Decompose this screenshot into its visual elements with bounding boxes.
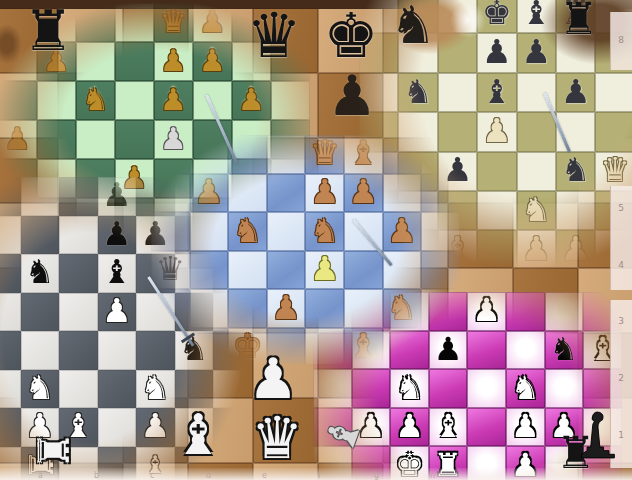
green-board-piece-gold-pawn[interactable]: ♟ xyxy=(4,123,31,153)
pink-board-piece-white-pawn[interactable]: ♟ xyxy=(357,410,386,442)
pink-board-piece-white-knight[interactable]: ♞ xyxy=(511,371,540,403)
pink-board-square[interactable] xyxy=(467,331,506,370)
olive-board-piece-black-bishop[interactable]: ♝ xyxy=(482,75,512,108)
green-board-square[interactable] xyxy=(115,3,154,42)
gray-board-square[interactable] xyxy=(0,216,21,255)
olive-board-square[interactable] xyxy=(438,73,477,112)
olive-board-piece-black-knight[interactable]: ♞ xyxy=(403,75,433,108)
file-label-g: g xyxy=(374,471,379,480)
olive-board-piece-white-pawn[interactable]: ♟ xyxy=(482,114,512,147)
blue-board-square[interactable] xyxy=(305,289,344,328)
pink-board-square[interactable] xyxy=(429,369,468,408)
green-board-square[interactable] xyxy=(76,42,115,81)
pink-board-square[interactable] xyxy=(506,331,545,370)
overlay-blue-board: ♛♝♟♟♟♞♞♟♛♟♟♞♚♝ xyxy=(146,126,464,364)
green-board-piece-gold-pawn[interactable]: ♟ xyxy=(160,84,187,114)
green-board-piece-gold-pawn[interactable]: ♟ xyxy=(199,6,226,36)
blue-board-piece-tan-pawn[interactable]: ♟ xyxy=(271,291,301,324)
pink-board-piece-white-knight[interactable]: ♞ xyxy=(395,371,424,403)
olive-board-piece-white-pawn[interactable]: ♟ xyxy=(522,232,552,265)
green-board-square[interactable] xyxy=(37,3,76,42)
rank-label-3: 3 xyxy=(610,316,632,326)
green-board-piece-gold-pawn[interactable]: ♟ xyxy=(199,45,226,75)
blue-board-square[interactable] xyxy=(421,251,460,290)
green-board-square[interactable] xyxy=(271,42,310,81)
olive-board-square[interactable] xyxy=(359,73,398,112)
pink-board-square[interactable] xyxy=(506,292,545,331)
blue-board-square[interactable] xyxy=(190,328,229,367)
gray-board-piece-black-bishop[interactable]: ♝ xyxy=(102,255,132,288)
pink-board-square[interactable] xyxy=(313,408,352,447)
blue-board-square[interactable] xyxy=(267,174,306,213)
gray-board-piece-white-pawn[interactable]: ♟ xyxy=(25,409,55,442)
olive-board-square[interactable] xyxy=(438,33,477,72)
blue-board-piece-tan-bishop[interactable]: ♝ xyxy=(349,136,379,169)
green-board-square[interactable] xyxy=(271,3,310,42)
gray-board-piece-white-pawn[interactable]: ♟ xyxy=(140,409,170,442)
green-board-square[interactable] xyxy=(271,81,310,120)
blue-board-square[interactable] xyxy=(151,174,190,213)
file-label-d: d xyxy=(206,471,211,480)
olive-board-piece-black-pawn[interactable]: ♟ xyxy=(482,35,512,68)
rank-strip xyxy=(610,186,632,290)
file-label-b: b xyxy=(94,471,99,480)
pink-board-square[interactable] xyxy=(545,369,584,408)
olive-board-piece-black-rook[interactable]: ♜ xyxy=(561,0,591,29)
gray-board-square[interactable] xyxy=(213,408,252,447)
gray-board-square[interactable] xyxy=(21,177,60,216)
olive-board-piece-black-bishop[interactable]: ♝ xyxy=(522,0,552,29)
blue-board-piece-tan-king[interactable]: ♚ xyxy=(233,329,263,362)
olive-board-square[interactable] xyxy=(477,230,516,269)
chess-theme-montage: ♛♟♟♟♟♞♟♟♟♟♟♚♝♜♟♟♞♝♟♟♟♞♛♞♝♟♟♜♟♟♟♟♞♝♟♞♞♞♟♝… xyxy=(0,0,632,480)
gray-board-piece-white-knight[interactable]: ♞ xyxy=(25,371,55,404)
gray-board-square[interactable] xyxy=(21,331,60,370)
blue-board-piece-tan-pawn[interactable]: ♟ xyxy=(349,175,379,208)
blue-board-square[interactable] xyxy=(421,174,460,213)
gray-board-piece-black-knight[interactable]: ♞ xyxy=(25,255,55,288)
gray-board-square[interactable] xyxy=(0,293,21,332)
olive-board-piece-white-pawn[interactable]: ♟ xyxy=(561,232,591,265)
blue-board-square[interactable] xyxy=(267,135,306,174)
green-board-piece-gold-queen[interactable]: ♛ xyxy=(160,6,187,36)
blue-board-square[interactable] xyxy=(344,251,383,290)
gray-board-square[interactable] xyxy=(0,370,21,409)
file-label-c: c xyxy=(150,471,154,480)
gray-board-square[interactable] xyxy=(98,370,137,409)
blue-board-square[interactable] xyxy=(151,135,190,174)
blue-board-square[interactable] xyxy=(421,212,460,251)
olive-board-piece-black-pawn[interactable]: ♟ xyxy=(522,35,552,68)
rank-label-1: 1 xyxy=(610,430,632,440)
file-label-e: e xyxy=(262,471,267,480)
blue-board-square[interactable] xyxy=(190,251,229,290)
file-label-h: h xyxy=(430,471,435,480)
green-board-square[interactable] xyxy=(232,42,271,81)
blue-board-square[interactable] xyxy=(267,251,306,290)
blue-board-square[interactable] xyxy=(190,289,229,328)
gray-board-square[interactable] xyxy=(59,216,98,255)
blue-board-piece-tan-bishop[interactable]: ♝ xyxy=(349,329,379,362)
gray-board-square[interactable] xyxy=(59,177,98,216)
green-board-square[interactable] xyxy=(37,81,76,120)
gray-board-piece-white-pawn[interactable]: ♟ xyxy=(102,294,132,327)
green-board-piece-gold-pawn[interactable]: ♟ xyxy=(43,45,70,75)
olive-board-square[interactable] xyxy=(477,152,516,191)
blue-board-square[interactable] xyxy=(190,135,229,174)
blue-board-square[interactable] xyxy=(305,328,344,367)
blue-board-square[interactable] xyxy=(267,328,306,367)
pink-board-square[interactable] xyxy=(545,292,584,331)
pink-board-square[interactable] xyxy=(467,369,506,408)
blue-board-piece-tan-knight[interactable]: ♞ xyxy=(310,214,340,247)
blue-board-piece-tan-pawn[interactable]: ♟ xyxy=(310,175,340,208)
gray-board-square[interactable] xyxy=(59,293,98,332)
blue-board-square[interactable] xyxy=(228,174,267,213)
blue-board-piece-tan-knight[interactable]: ♞ xyxy=(233,214,263,247)
olive-board-square[interactable] xyxy=(398,0,437,33)
file-label-a: a xyxy=(38,471,43,480)
green-board-square[interactable] xyxy=(115,81,154,120)
olive-board-square[interactable] xyxy=(595,112,632,151)
blue-board-square[interactable] xyxy=(228,289,267,328)
pink-board-piece-white-pawn[interactable]: ♟ xyxy=(511,410,540,442)
pink-board-piece-white-pawn[interactable]: ♟ xyxy=(550,410,579,442)
olive-board-square[interactable] xyxy=(477,191,516,230)
blue-board-square[interactable] xyxy=(383,174,422,213)
blue-board-square[interactable] xyxy=(344,289,383,328)
green-board-piece-gold-pawn[interactable]: ♟ xyxy=(238,84,265,114)
green-board-square[interactable] xyxy=(0,3,37,42)
pink-board-square[interactable] xyxy=(467,408,506,447)
olive-board-square[interactable] xyxy=(398,33,437,72)
olive-board-piece-black-king[interactable]: ♚ xyxy=(482,0,512,29)
green-board-square[interactable] xyxy=(37,120,76,159)
green-board-square[interactable] xyxy=(76,120,115,159)
rank-label-2: 2 xyxy=(610,373,632,383)
gray-board-piece-black-pawn[interactable]: ♟ xyxy=(102,178,132,211)
olive-board-piece-white-knight[interactable]: ♞ xyxy=(522,193,552,226)
blue-board-square[interactable] xyxy=(421,135,460,174)
blue-board-piece-tan-pawn[interactable]: ♟ xyxy=(387,214,417,247)
blue-board-square[interactable] xyxy=(151,212,190,251)
gray-board-square[interactable] xyxy=(175,370,214,409)
blue-board-square[interactable] xyxy=(383,328,422,367)
blue-board-square[interactable] xyxy=(190,212,229,251)
blue-board-piece-tan-pawn[interactable]: ♟ xyxy=(194,175,224,208)
gray-board-square[interactable] xyxy=(0,177,21,216)
olive-board-piece-black-pawn[interactable]: ♟ xyxy=(561,75,591,108)
olive-board-square[interactable] xyxy=(359,33,398,72)
rank-label-8: 8 xyxy=(610,35,632,45)
rank-label-4: 4 xyxy=(610,260,632,270)
blue-board-piece-yellow-pawn[interactable]: ♟ xyxy=(310,252,340,285)
blue-board-piece-tan-knight[interactable]: ♞ xyxy=(387,291,417,324)
blue-board-square[interactable] xyxy=(228,251,267,290)
gray-board-square[interactable] xyxy=(0,254,21,293)
gray-board-square[interactable] xyxy=(59,370,98,409)
pink-board-piece-white-pawn[interactable]: ♟ xyxy=(472,294,501,326)
gray-board-square[interactable] xyxy=(213,370,252,409)
pink-board-square[interactable] xyxy=(352,369,391,408)
blue-board-square[interactable] xyxy=(383,251,422,290)
olive-board-piece-black-knight-unicorn[interactable]: ♞ xyxy=(561,153,591,186)
gray-board-piece-white-bishop[interactable]: ♝ xyxy=(63,409,93,442)
pink-board-square[interactable] xyxy=(313,369,352,408)
file-label-f: f xyxy=(318,471,321,480)
gray-board-piece-white-knight[interactable]: ♞ xyxy=(140,371,170,404)
pink-board-piece-white-pawn[interactable]: ♟ xyxy=(395,410,424,442)
olive-board-square[interactable] xyxy=(595,73,632,112)
green-board-square[interactable] xyxy=(76,3,115,42)
blue-board-piece-tan-queen[interactable]: ♛ xyxy=(310,136,340,169)
olive-board-square[interactable] xyxy=(517,112,556,151)
rank-label-5: 5 xyxy=(610,203,632,213)
blue-board-square[interactable] xyxy=(421,289,460,328)
olive-board-square[interactable] xyxy=(517,152,556,191)
green-board-piece-gold-pawn[interactable]: ♟ xyxy=(160,45,187,75)
blue-board-piece-black-queen[interactable]: ♛ xyxy=(156,252,186,285)
gray-board-square[interactable] xyxy=(21,293,60,332)
gray-board-square[interactable] xyxy=(59,331,98,370)
gray-board-square[interactable] xyxy=(175,408,214,447)
blue-board-square[interactable] xyxy=(267,212,306,251)
green-board-square[interactable] xyxy=(0,81,37,120)
blue-board-square[interactable] xyxy=(421,328,460,367)
gray-board-square[interactable] xyxy=(98,408,137,447)
olive-board-piece-white-queen[interactable]: ♛ xyxy=(600,153,630,186)
gray-board-square[interactable] xyxy=(0,331,21,370)
olive-board-square[interactable] xyxy=(556,33,595,72)
olive-board-square[interactable] xyxy=(556,191,595,230)
green-board-square[interactable] xyxy=(115,42,154,81)
gray-board-square[interactable] xyxy=(98,331,137,370)
blue-board-square[interactable] xyxy=(383,135,422,174)
gray-board-piece-black-pawn[interactable]: ♟ xyxy=(102,217,132,250)
pink-board-piece-black-knight[interactable]: ♞ xyxy=(550,333,579,365)
green-board-piece-gold-knight[interactable]: ♞ xyxy=(82,84,109,114)
green-board-square[interactable] xyxy=(0,42,37,81)
bottom-coordinate-band: abcdefgh xyxy=(0,468,632,480)
pink-board-piece-white-bishop[interactable]: ♝ xyxy=(434,410,463,442)
gray-board-square[interactable] xyxy=(21,216,60,255)
gray-board-square[interactable] xyxy=(59,254,98,293)
green-board-square[interactable] xyxy=(232,3,271,42)
olive-board-square[interactable] xyxy=(359,0,398,33)
gray-board-square[interactable] xyxy=(0,408,21,447)
olive-board-square[interactable] xyxy=(438,0,477,33)
